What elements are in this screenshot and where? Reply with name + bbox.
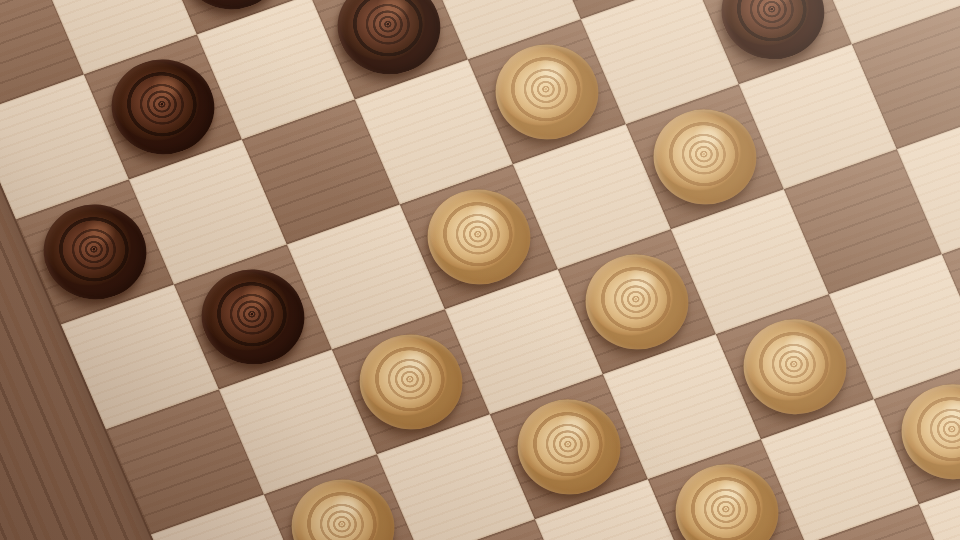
board-grid [0,0,960,540]
board-photo-scene [0,0,960,540]
checkers-board [0,0,960,540]
